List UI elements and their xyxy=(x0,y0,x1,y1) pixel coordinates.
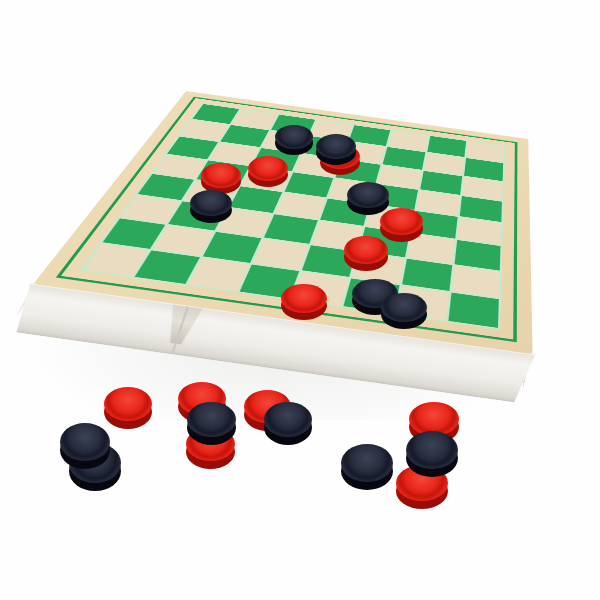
checker-topface-red xyxy=(396,465,448,501)
checker-side-red xyxy=(396,473,448,509)
loose-checker-black xyxy=(406,431,458,477)
loose-checker-red xyxy=(186,427,235,469)
square-r7c3-green xyxy=(239,264,299,298)
loose-checker-red xyxy=(396,465,448,509)
checker-side-black xyxy=(341,452,393,490)
square-r0c1-cream xyxy=(232,109,278,129)
square-r0c2-green xyxy=(271,115,315,135)
wooden-board-top xyxy=(33,91,532,354)
checker-side-black xyxy=(60,431,110,469)
checker-side-black xyxy=(406,439,458,477)
checker-topface-black xyxy=(69,443,121,483)
loose-checker-black xyxy=(341,444,393,490)
checker-topface-black xyxy=(60,423,110,461)
square-r0c3-cream xyxy=(310,120,353,141)
product-photo-stage xyxy=(0,0,600,600)
checker-topface-black xyxy=(341,444,393,482)
loose-checker-black xyxy=(60,423,110,469)
square-r7c7-green xyxy=(448,292,499,328)
square-r0c5-cream xyxy=(388,131,428,152)
checker-topface-black xyxy=(406,431,458,469)
square-r7c4-cream xyxy=(292,271,350,306)
square-r7c6-cream xyxy=(396,285,449,320)
loose-checker-black xyxy=(69,443,121,491)
checker-topface-red xyxy=(186,427,235,461)
checkerboard-grid xyxy=(79,103,505,330)
square-r7c5-green xyxy=(344,278,399,313)
checker-side-black xyxy=(69,451,121,491)
checker-side-red xyxy=(186,435,235,469)
